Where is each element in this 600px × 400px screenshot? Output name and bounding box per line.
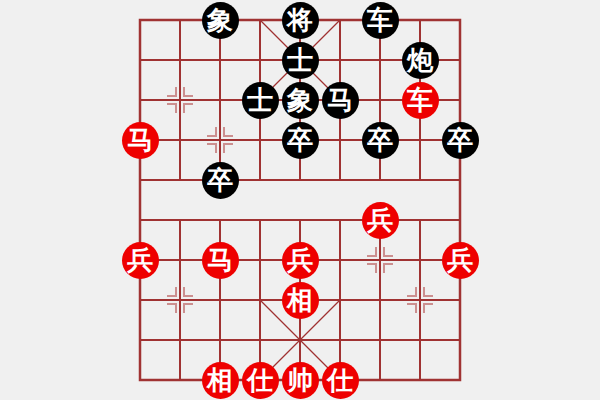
piece-black-elephant[interactable]: 象 [202,2,239,39]
piece-black-cannon[interactable]: 炮 [402,42,439,79]
piece-red-horse[interactable]: 马 [122,122,159,159]
piece-black-soldier[interactable]: 卒 [442,122,479,159]
piece-red-chariot[interactable]: 车 [402,82,439,119]
piece-red-elephant[interactable]: 相 [202,362,239,399]
piece-black-soldier[interactable]: 卒 [362,122,399,159]
piece-red-soldier[interactable]: 兵 [442,242,479,279]
piece-black-advisor[interactable]: 士 [242,82,279,119]
piece-red-general[interactable]: 帅 [282,362,319,399]
xiangqi-app-screen: 象将车士炮士象马车马卒卒卒卒兵兵马兵兵相相仕帅仕 [0,0,600,400]
xiangqi-board: 象将车士炮士象马车马卒卒卒卒兵兵马兵兵相相仕帅仕 [0,0,600,400]
piece-red-elephant[interactable]: 相 [282,282,319,319]
piece-red-soldier[interactable]: 兵 [362,202,399,239]
piece-black-general[interactable]: 将 [282,2,319,39]
piece-red-advisor[interactable]: 仕 [242,362,279,399]
piece-black-soldier[interactable]: 卒 [282,122,319,159]
piece-black-advisor[interactable]: 士 [282,42,319,79]
piece-red-advisor[interactable]: 仕 [322,362,359,399]
piece-black-horse[interactable]: 马 [322,82,359,119]
piece-red-soldier[interactable]: 兵 [282,242,319,279]
piece-red-horse[interactable]: 马 [202,242,239,279]
piece-black-soldier[interactable]: 卒 [202,162,239,199]
piece-black-elephant[interactable]: 象 [282,82,319,119]
piece-black-chariot[interactable]: 车 [362,2,399,39]
piece-red-soldier[interactable]: 兵 [122,242,159,279]
